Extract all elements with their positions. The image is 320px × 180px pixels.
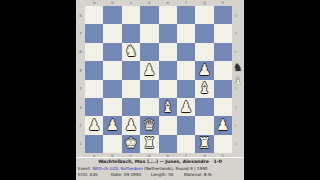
square-a5[interactable] (85, 61, 103, 79)
square-c7[interactable] (122, 24, 140, 42)
game-title-line: Wachtelbach, Max (....) -- Junes, Alexan… (76, 159, 244, 164)
white-rook-piece: ♜ (143, 136, 156, 151)
white-pawn-piece: ♟ (124, 118, 137, 133)
rank-label-8: 8 (233, 6, 238, 24)
date-field: Date: 09.1990 (111, 172, 151, 177)
square-b8[interactable] (103, 6, 121, 24)
file-label-h: h (214, 0, 232, 5)
white-queen-piece: ♛ (143, 118, 156, 133)
material-field: Material: B-N (184, 172, 211, 177)
square-h7[interactable] (214, 24, 232, 42)
square-f5[interactable] (177, 61, 195, 79)
white-pawn-piece: ♟ (87, 118, 100, 133)
board-right-black-strip (312, 0, 320, 157)
file-label-a: a (85, 0, 103, 5)
square-b5[interactable] (103, 61, 121, 79)
right-letterbox-bar (244, 0, 320, 180)
square-c6[interactable]: ♞ (122, 43, 140, 61)
file-labels-top: abcdefgh (85, 0, 232, 5)
file-label-f: f (177, 0, 195, 5)
white-knight-piece: ♞ (124, 44, 137, 59)
rank-label-6: 6 (78, 43, 83, 61)
square-a8[interactable] (85, 6, 103, 24)
square-f8[interactable] (177, 6, 195, 24)
square-c5[interactable] (122, 61, 140, 79)
square-f4[interactable] (177, 80, 195, 98)
game-info-footer: Wachtelbach, Max (....) -- Junes, Alexan… (76, 157, 244, 180)
white-king-piece: ♚ (124, 136, 137, 151)
event-name-link[interactable]: NED-ch U20, Rotterdam (93, 166, 143, 171)
event-line: Event: NED-ch U20, Rotterdam (Netherland… (78, 166, 244, 171)
square-a3[interactable] (85, 98, 103, 116)
square-e3[interactable]: ♝ (159, 98, 177, 116)
event-details: (Netherlands), Round 9 | 1990 (144, 166, 207, 171)
square-d1[interactable]: ♜ (140, 135, 158, 153)
chess-board: ♞♟♟♝♝♟♟♟♟♛♟♚♜♜ (85, 6, 232, 153)
material-imbalance-tray: ♞ ♝ (231, 62, 245, 87)
square-c8[interactable] (122, 6, 140, 24)
square-e7[interactable] (159, 24, 177, 42)
square-f1[interactable] (177, 135, 195, 153)
square-b2[interactable]: ♟ (103, 116, 121, 134)
square-f7[interactable] (177, 24, 195, 42)
video-frame: abcdefgh 87654321 87654321 abcdefgh ♞♟♟♝… (0, 0, 320, 180)
square-h4[interactable] (214, 80, 232, 98)
white-bishop-piece: ♝ (198, 81, 211, 96)
stats-line: ECO: A45 Date: 09.1990 Length: 50 Materi… (78, 172, 244, 177)
eco-field: ECO: A45 (78, 172, 111, 177)
square-b1[interactable] (103, 135, 121, 153)
square-d2[interactable]: ♛ (140, 116, 158, 134)
captured-black-knight-icon: ♞ (233, 62, 243, 74)
rank-label-2: 2 (233, 116, 238, 134)
rank-label-3: 3 (233, 98, 238, 116)
square-a2[interactable]: ♟ (85, 116, 103, 134)
white-pawn-piece: ♟ (143, 63, 156, 78)
square-f2[interactable] (177, 116, 195, 134)
white-player-rating: (....) (147, 159, 158, 164)
square-c4[interactable] (122, 80, 140, 98)
rank-label-6: 6 (233, 43, 238, 61)
file-label-g: g (195, 0, 213, 5)
square-g5[interactable]: ♟ (195, 61, 213, 79)
white-pawn-piece: ♟ (198, 63, 211, 78)
square-h1[interactable] (214, 135, 232, 153)
square-d8[interactable] (140, 6, 158, 24)
square-b6[interactable] (103, 43, 121, 61)
square-d5[interactable]: ♟ (140, 61, 158, 79)
players-separator: -- (160, 159, 164, 164)
square-e6[interactable] (159, 43, 177, 61)
square-g4[interactable]: ♝ (195, 80, 213, 98)
square-e1[interactable] (159, 135, 177, 153)
square-h8[interactable] (214, 6, 232, 24)
rank-labels-left: 87654321 (78, 6, 83, 153)
square-a6[interactable] (85, 43, 103, 61)
rank-label-1: 1 (233, 135, 238, 153)
black-player-name: Junes, Alexandre (165, 159, 209, 164)
left-letterbox-bar (0, 0, 76, 180)
square-e5[interactable] (159, 61, 177, 79)
square-g3[interactable] (195, 98, 213, 116)
file-label-d: d (140, 0, 158, 5)
square-h2[interactable]: ♟ (214, 116, 232, 134)
square-g7[interactable] (195, 24, 213, 42)
square-b3[interactable] (103, 98, 121, 116)
square-b4[interactable] (103, 80, 121, 98)
white-rook-piece: ♜ (198, 136, 211, 151)
square-h5[interactable] (214, 61, 232, 79)
chess-panel: abcdefgh 87654321 87654321 abcdefgh ♞♟♟♝… (76, 0, 244, 180)
square-b7[interactable] (103, 24, 121, 42)
square-c2[interactable]: ♟ (122, 116, 140, 134)
square-e8[interactable] (159, 6, 177, 24)
rank-label-7: 7 (233, 24, 238, 42)
length-field: Length: 50 (151, 172, 184, 177)
rank-label-2: 2 (78, 116, 83, 134)
square-d4[interactable] (140, 80, 158, 98)
square-f3[interactable]: ♟ (177, 98, 195, 116)
white-pawn-piece: ♟ (216, 118, 229, 133)
square-e4[interactable] (159, 80, 177, 98)
rank-label-4: 4 (78, 80, 83, 98)
rank-label-8: 8 (78, 6, 83, 24)
game-result: 1-0 (214, 159, 222, 164)
file-label-b: b (103, 0, 121, 5)
square-d7[interactable] (140, 24, 158, 42)
square-e2[interactable] (159, 116, 177, 134)
rank-label-3: 3 (78, 98, 83, 116)
rank-label-7: 7 (78, 24, 83, 42)
square-c1[interactable]: ♚ (122, 135, 140, 153)
square-a1[interactable] (85, 135, 103, 153)
white-pawn-piece: ♟ (106, 118, 119, 133)
square-a4[interactable] (85, 80, 103, 98)
rank-label-1: 1 (78, 135, 83, 153)
square-f6[interactable] (177, 43, 195, 61)
rank-label-5: 5 (78, 61, 83, 79)
white-pawn-piece: ♟ (179, 100, 192, 115)
captured-white-bishop-icon: ♝ (233, 75, 243, 87)
event-label: Event: (78, 166, 91, 171)
file-label-c: c (122, 0, 140, 5)
square-g8[interactable] (195, 6, 213, 24)
white-bishop-piece: ♝ (161, 100, 174, 115)
square-h3[interactable] (214, 98, 232, 116)
square-h6[interactable] (214, 43, 232, 61)
square-a7[interactable] (85, 24, 103, 42)
square-d6[interactable] (140, 43, 158, 61)
square-g6[interactable] (195, 43, 213, 61)
square-c3[interactable] (122, 98, 140, 116)
square-g1[interactable]: ♜ (195, 135, 213, 153)
white-player-name: Wachtelbach, Max (98, 159, 145, 164)
square-g2[interactable] (195, 116, 213, 134)
file-label-e: e (159, 0, 177, 5)
square-d3[interactable] (140, 98, 158, 116)
